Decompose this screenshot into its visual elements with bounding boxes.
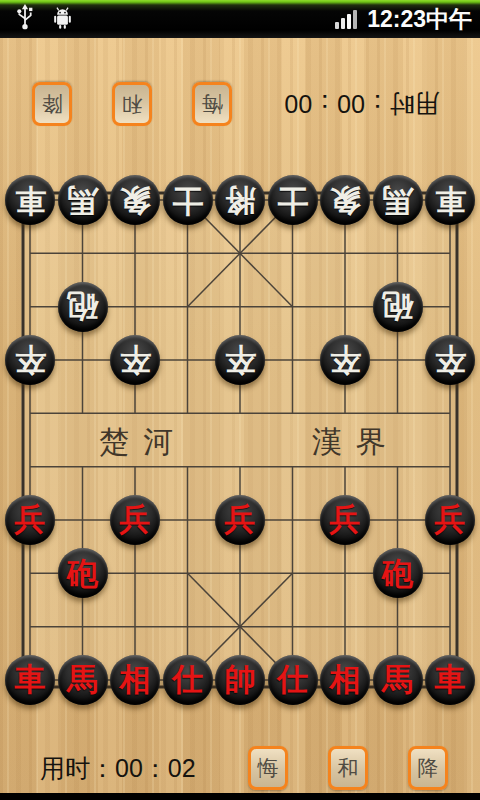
status-bar-left [14,4,76,35]
piece-glyph: 士 [277,185,308,216]
player-button-group: 悔 和 降 [248,746,448,790]
piece-red-soldier[interactable]: 兵 [425,495,475,545]
piece-glyph: 象 [120,185,151,216]
opponent-control-bar: 用时：00：00 悔 和 降 [32,78,440,130]
piece-black-soldier[interactable]: 卒 [5,335,55,385]
piece-glyph: 馬 [382,664,413,695]
piece-glyph: 士 [172,185,203,216]
undo-button[interactable]: 悔 [248,746,288,790]
piece-glyph: 砲 [67,291,98,322]
piece-red-soldier[interactable]: 兵 [5,495,55,545]
piece-black-elephant[interactable]: 象 [320,175,370,225]
usb-icon [14,4,36,35]
piece-black-advisor[interactable]: 士 [163,175,213,225]
piece-glyph: 馬 [67,664,98,695]
piece-black-elephant[interactable]: 象 [110,175,160,225]
piece-glyph: 兵 [120,504,151,535]
bottom-bezel [0,793,480,800]
opponent-resign-button[interactable]: 降 [32,82,72,126]
piece-glyph: 車 [15,664,46,695]
piece-glyph: 卒 [225,344,256,375]
piece-black-chariot[interactable]: 車 [425,175,475,225]
piece-red-chariot[interactable]: 車 [5,655,55,705]
draw-button[interactable]: 和 [328,746,368,790]
piece-black-soldier[interactable]: 卒 [215,335,265,385]
piece-black-chariot[interactable]: 車 [5,175,55,225]
piece-black-soldier[interactable]: 卒 [425,335,475,385]
piece-red-horse[interactable]: 馬 [373,655,423,705]
piece-glyph: 砲 [382,291,413,322]
piece-glyph: 馬 [67,185,98,216]
piece-glyph: 車 [435,664,466,695]
piece-glyph: 卒 [120,344,151,375]
piece-glyph: 兵 [435,504,466,535]
piece-glyph: 仕 [172,664,203,695]
piece-red-advisor[interactable]: 仕 [163,655,213,705]
piece-red-soldier[interactable]: 兵 [215,495,265,545]
piece-black-cannon[interactable]: 砲 [373,282,423,332]
piece-glyph: 兵 [330,504,361,535]
android-icon [49,4,76,35]
piece-glyph: 車 [15,185,46,216]
piece-red-horse[interactable]: 馬 [58,655,108,705]
piece-glyph: 兵 [225,504,256,535]
piece-black-soldier[interactable]: 卒 [110,335,160,385]
river-label-left: 楚河 [99,422,187,456]
opponent-button-group: 悔 和 降 [32,82,232,126]
piece-glyph: 馬 [382,185,413,216]
player-timer: 用时：00：02 [40,752,196,785]
piece-glyph: 兵 [15,504,46,535]
piece-glyph: 卒 [330,344,361,375]
opponent-draw-button[interactable]: 和 [112,82,152,126]
resign-button[interactable]: 降 [408,746,448,790]
piece-glyph: 帥 [225,664,256,695]
piece-red-advisor[interactable]: 仕 [268,655,318,705]
piece-glyph: 卒 [15,344,46,375]
player-control-bar: 用时：00：02 悔 和 降 [40,742,448,794]
piece-glyph: 砲 [67,558,98,589]
status-bar-right: 12:23中午 [335,4,472,35]
piece-black-horse[interactable]: 馬 [58,175,108,225]
piece-black-horse[interactable]: 馬 [373,175,423,225]
piece-black-general[interactable]: 將 [215,175,265,225]
river-label-right: 漢界 [312,422,400,456]
piece-glyph: 相 [330,664,361,695]
piece-red-cannon[interactable]: 砲 [58,548,108,598]
piece-glyph: 將 [225,185,256,216]
piece-black-cannon[interactable]: 砲 [58,282,108,332]
piece-glyph: 卒 [435,344,466,375]
piece-red-general[interactable]: 帥 [215,655,265,705]
piece-red-cannon[interactable]: 砲 [373,548,423,598]
piece-black-soldier[interactable]: 卒 [320,335,370,385]
piece-red-soldier[interactable]: 兵 [320,495,370,545]
piece-red-elephant[interactable]: 相 [110,655,160,705]
signal-strength-icon [335,9,357,29]
status-bar: 12:23中午 [0,0,480,38]
piece-red-elephant[interactable]: 相 [320,655,370,705]
piece-red-soldier[interactable]: 兵 [110,495,160,545]
piece-glyph: 砲 [382,558,413,589]
piece-glyph: 相 [120,664,151,695]
app-screen: 12:23中午 楚河 漢界 車馬象士將士象馬車砲砲卒卒卒卒卒兵兵兵兵兵砲砲車馬相… [0,0,480,800]
opponent-timer: 用时：00：00 [284,88,440,121]
piece-glyph: 車 [435,185,466,216]
status-clock: 12:23中午 [367,4,472,35]
opponent-undo-button[interactable]: 悔 [192,82,232,126]
piece-black-advisor[interactable]: 士 [268,175,318,225]
piece-glyph: 仕 [277,664,308,695]
piece-red-chariot[interactable]: 車 [425,655,475,705]
piece-glyph: 象 [330,185,361,216]
